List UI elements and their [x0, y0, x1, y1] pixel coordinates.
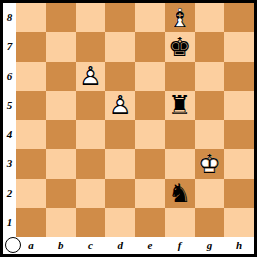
rank-label-4: 4 [3, 120, 16, 149]
piece-black-king-f7[interactable]: ♚ [165, 32, 195, 61]
square-e7[interactable] [135, 32, 165, 61]
square-g1[interactable] [195, 208, 225, 237]
square-a3[interactable] [16, 149, 46, 178]
rank-label-8: 8 [3, 3, 16, 32]
square-d5[interactable]: ♟♙ [105, 91, 135, 120]
square-c2[interactable] [76, 179, 106, 208]
square-f8[interactable]: ♝♗ [165, 3, 195, 32]
square-h8[interactable] [224, 3, 254, 32]
square-c1[interactable] [76, 208, 106, 237]
square-a1[interactable] [16, 208, 46, 237]
square-e8[interactable] [135, 3, 165, 32]
square-b5[interactable] [46, 91, 76, 120]
square-d2[interactable] [105, 179, 135, 208]
turn-indicator-white-circle [5, 237, 21, 253]
piece-white-pawn-c6[interactable]: ♟♙ [76, 62, 106, 91]
square-d1[interactable] [105, 208, 135, 237]
file-label-g: g [195, 237, 225, 254]
square-a8[interactable] [16, 3, 46, 32]
black-rook-fill-glyph: ♜ [165, 91, 195, 120]
file-label-h: h [224, 237, 254, 254]
chess-diagram: 8♝♗7♚6♟♙5♟♙♜43♚♔2♞1abcdefgh [0, 0, 257, 257]
square-d6[interactable] [105, 62, 135, 91]
square-e4[interactable] [135, 120, 165, 149]
square-c3[interactable] [76, 149, 106, 178]
piece-black-knight-f2[interactable]: ♞ [165, 179, 195, 208]
square-h5[interactable] [224, 91, 254, 120]
square-b3[interactable] [46, 149, 76, 178]
square-f1[interactable] [165, 208, 195, 237]
square-b1[interactable] [46, 208, 76, 237]
square-h4[interactable] [224, 120, 254, 149]
square-h2[interactable] [224, 179, 254, 208]
square-g7[interactable] [195, 32, 225, 61]
black-king-fill-glyph: ♚ [165, 32, 195, 61]
square-b4[interactable] [46, 120, 76, 149]
file-label-e: e [135, 237, 165, 254]
file-label-b: b [46, 237, 76, 254]
square-g4[interactable] [195, 120, 225, 149]
rank-label-7: 7 [3, 32, 16, 61]
square-e5[interactable] [135, 91, 165, 120]
piece-black-rook-f5[interactable]: ♜ [165, 91, 195, 120]
square-b7[interactable] [46, 32, 76, 61]
square-f5[interactable]: ♜ [165, 91, 195, 120]
square-d7[interactable] [105, 32, 135, 61]
square-a4[interactable] [16, 120, 46, 149]
file-label-c: c [76, 237, 106, 254]
square-c8[interactable] [76, 3, 106, 32]
square-e3[interactable] [135, 149, 165, 178]
square-g5[interactable] [195, 91, 225, 120]
square-g8[interactable] [195, 3, 225, 32]
square-a7[interactable] [16, 32, 46, 61]
square-e1[interactable] [135, 208, 165, 237]
rank-label-3: 3 [3, 149, 16, 178]
file-label-d: d [105, 237, 135, 254]
rank-label-1: 1 [3, 208, 16, 237]
rank-label-2: 2 [3, 179, 16, 208]
square-g6[interactable] [195, 62, 225, 91]
piece-white-bishop-f8[interactable]: ♝♗ [165, 3, 195, 32]
square-a5[interactable] [16, 91, 46, 120]
square-a6[interactable] [16, 62, 46, 91]
square-f2[interactable]: ♞ [165, 179, 195, 208]
square-d4[interactable] [105, 120, 135, 149]
square-g2[interactable] [195, 179, 225, 208]
piece-white-pawn-d5[interactable]: ♟♙ [105, 91, 135, 120]
square-f7[interactable]: ♚ [165, 32, 195, 61]
square-h3[interactable] [224, 149, 254, 178]
square-b8[interactable] [46, 3, 76, 32]
square-h1[interactable] [224, 208, 254, 237]
square-e6[interactable] [135, 62, 165, 91]
square-c6[interactable]: ♟♙ [76, 62, 106, 91]
square-h7[interactable] [224, 32, 254, 61]
square-f4[interactable] [165, 120, 195, 149]
rank-label-6: 6 [3, 62, 16, 91]
square-c5[interactable] [76, 91, 106, 120]
square-f6[interactable] [165, 62, 195, 91]
white-bishop-outline-glyph: ♗ [165, 3, 195, 32]
square-h6[interactable] [224, 62, 254, 91]
square-c7[interactable] [76, 32, 106, 61]
square-b2[interactable] [46, 179, 76, 208]
square-g3[interactable]: ♚♔ [195, 149, 225, 178]
chess-board: 8♝♗7♚6♟♙5♟♙♜43♚♔2♞1abcdefgh [3, 3, 254, 254]
square-a2[interactable] [16, 179, 46, 208]
square-f3[interactable] [165, 149, 195, 178]
rank-label-5: 5 [3, 91, 16, 120]
white-king-outline-glyph: ♔ [195, 149, 225, 178]
square-d3[interactable] [105, 149, 135, 178]
white-pawn-outline-glyph: ♙ [76, 62, 106, 91]
square-e2[interactable] [135, 179, 165, 208]
file-label-f: f [165, 237, 195, 254]
square-b6[interactable] [46, 62, 76, 91]
piece-white-king-g3[interactable]: ♚♔ [195, 149, 225, 178]
square-d8[interactable] [105, 3, 135, 32]
square-c4[interactable] [76, 120, 106, 149]
black-knight-fill-glyph: ♞ [165, 179, 195, 208]
white-pawn-outline-glyph: ♙ [105, 91, 135, 120]
